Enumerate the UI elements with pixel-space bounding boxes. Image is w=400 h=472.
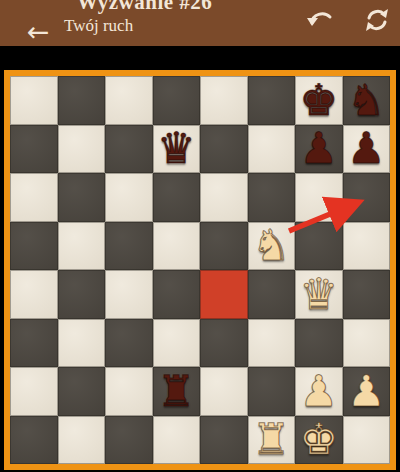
top-app-bar: ← Wyzwanie #26 Twój ruch: [0, 0, 400, 46]
square-d8[interactable]: [153, 76, 201, 125]
restart-icon: [362, 21, 392, 38]
square-h5[interactable]: [343, 222, 391, 271]
square-h7[interactable]: ♟: [343, 125, 391, 174]
black-rook[interactable]: ♜: [153, 367, 201, 416]
square-c7[interactable]: [105, 125, 153, 174]
black-king[interactable]: ♚: [295, 76, 343, 125]
square-b5[interactable]: [58, 222, 106, 271]
square-f8[interactable]: [248, 76, 296, 125]
square-d1[interactable]: [153, 416, 201, 465]
square-b3[interactable]: [58, 319, 106, 368]
square-d5[interactable]: [153, 222, 201, 271]
square-h2[interactable]: ♟: [343, 367, 391, 416]
square-b7[interactable]: [58, 125, 106, 174]
square-a5[interactable]: [10, 222, 58, 271]
square-c5[interactable]: [105, 222, 153, 271]
square-a7[interactable]: [10, 125, 58, 174]
square-e5[interactable]: [200, 222, 248, 271]
square-a6[interactable]: [10, 173, 58, 222]
square-g3[interactable]: [295, 319, 343, 368]
square-f1[interactable]: ♜: [248, 416, 296, 465]
white-king[interactable]: ♚: [295, 416, 343, 465]
square-f2[interactable]: [248, 367, 296, 416]
square-e8[interactable]: [200, 76, 248, 125]
square-b2[interactable]: [58, 367, 106, 416]
square-c8[interactable]: [105, 76, 153, 125]
undo-icon: [305, 21, 335, 38]
square-a1[interactable]: [10, 416, 58, 465]
square-a3[interactable]: [10, 319, 58, 368]
titles: Wyzwanie #26 Twój ruch: [64, 0, 212, 36]
square-g5[interactable]: [295, 222, 343, 271]
square-h3[interactable]: [343, 319, 391, 368]
turn-status: Twój ruch: [64, 15, 212, 36]
square-c4[interactable]: [105, 270, 153, 319]
white-rook[interactable]: ♜: [248, 416, 296, 465]
white-pawn[interactable]: ♟: [343, 367, 391, 416]
square-a4[interactable]: [10, 270, 58, 319]
square-g8[interactable]: ♚: [295, 76, 343, 125]
square-e7[interactable]: [200, 125, 248, 174]
square-d6[interactable]: [153, 173, 201, 222]
square-b4[interactable]: [58, 270, 106, 319]
square-d4[interactable]: [153, 270, 201, 319]
square-f3[interactable]: [248, 319, 296, 368]
square-e3[interactable]: [200, 319, 248, 368]
square-f4[interactable]: [248, 270, 296, 319]
square-d3[interactable]: [153, 319, 201, 368]
square-g1[interactable]: ♚: [295, 416, 343, 465]
square-f7[interactable]: [248, 125, 296, 174]
square-e6[interactable]: [200, 173, 248, 222]
square-h8[interactable]: ♞: [343, 76, 391, 125]
square-c1[interactable]: [105, 416, 153, 465]
square-e2[interactable]: [200, 367, 248, 416]
square-d2[interactable]: ♜: [153, 367, 201, 416]
square-b6[interactable]: [58, 173, 106, 222]
square-e1[interactable]: [200, 416, 248, 465]
restart-button[interactable]: [362, 5, 392, 35]
square-d7[interactable]: ♛: [153, 125, 201, 174]
back-button[interactable]: ←: [18, 20, 58, 46]
chess-board[interactable]: ♚♞♛♟♟♞♛♜♟♟♜♚: [10, 76, 390, 464]
white-queen[interactable]: ♛: [295, 270, 343, 319]
square-a2[interactable]: [10, 367, 58, 416]
square-g4[interactable]: ♛: [295, 270, 343, 319]
square-f6[interactable]: [248, 173, 296, 222]
black-pawn[interactable]: ♟: [295, 125, 343, 174]
square-a8[interactable]: [10, 76, 58, 125]
black-queen[interactable]: ♛: [153, 125, 201, 174]
square-b8[interactable]: [58, 76, 106, 125]
square-b1[interactable]: [58, 416, 106, 465]
square-f5[interactable]: ♞: [248, 222, 296, 271]
square-c2[interactable]: [105, 367, 153, 416]
square-h4[interactable]: [343, 270, 391, 319]
white-pawn[interactable]: ♟: [295, 367, 343, 416]
square-c6[interactable]: [105, 173, 153, 222]
square-e4[interactable]: [200, 270, 248, 319]
square-h1[interactable]: [343, 416, 391, 465]
white-knight[interactable]: ♞: [248, 222, 296, 271]
square-h6[interactable]: [343, 173, 391, 222]
square-g6[interactable]: [295, 173, 343, 222]
page-title: Wyzwanie #26: [77, 0, 212, 14]
square-c3[interactable]: [105, 319, 153, 368]
black-knight[interactable]: ♞: [343, 76, 391, 125]
back-arrow-icon: ←: [27, 16, 50, 46]
undo-button[interactable]: [305, 5, 335, 35]
chess-board-frame: ♚♞♛♟♟♞♛♜♟♟♜♚: [4, 70, 396, 470]
black-pawn[interactable]: ♟: [343, 125, 391, 174]
square-g7[interactable]: ♟: [295, 125, 343, 174]
square-g2[interactable]: ♟: [295, 367, 343, 416]
